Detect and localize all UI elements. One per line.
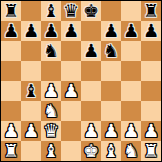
square-c3[interactable]: ♞ xyxy=(41,101,61,121)
square-h1[interactable]: ♜ xyxy=(141,141,161,161)
square-a2[interactable]: ♟ xyxy=(1,121,21,141)
square-f1[interactable]: ♝ xyxy=(101,141,121,161)
square-g3[interactable] xyxy=(121,101,141,121)
square-h3[interactable] xyxy=(141,101,161,121)
square-f6[interactable]: ♞ xyxy=(101,41,121,61)
square-b3[interactable] xyxy=(21,101,41,121)
square-b8[interactable] xyxy=(21,1,41,21)
square-d5[interactable] xyxy=(61,61,81,81)
piece-white-pawn[interactable]: ♟ xyxy=(123,121,139,141)
square-b4[interactable]: ♝ xyxy=(21,81,41,101)
square-a8[interactable]: ♜ xyxy=(1,1,21,21)
piece-black-pawn[interactable]: ♟ xyxy=(103,21,119,41)
piece-white-bishop[interactable]: ♝ xyxy=(103,141,119,161)
piece-black-knight[interactable]: ♞ xyxy=(103,41,119,61)
piece-white-pawn[interactable]: ♟ xyxy=(3,121,19,141)
square-g6[interactable] xyxy=(121,41,141,61)
square-h4[interactable] xyxy=(141,81,161,101)
square-d2[interactable] xyxy=(61,121,81,141)
piece-white-pawn[interactable]: ♟ xyxy=(83,121,99,141)
square-c2[interactable]: ♛ xyxy=(41,121,61,141)
square-e5[interactable] xyxy=(81,61,101,81)
square-e1[interactable]: ♚ xyxy=(81,141,101,161)
square-h7[interactable]: ♟ xyxy=(141,21,161,41)
piece-black-rook[interactable]: ♜ xyxy=(143,1,159,21)
square-b7[interactable]: ♟ xyxy=(21,21,41,41)
square-b5[interactable] xyxy=(21,61,41,81)
piece-white-knight[interactable]: ♞ xyxy=(123,141,139,161)
square-g8[interactable] xyxy=(121,1,141,21)
piece-black-queen[interactable]: ♛ xyxy=(63,1,79,21)
piece-white-queen[interactable]: ♛ xyxy=(43,121,59,141)
chess-board: ♜♝♛♚♜♟♟♟♟♟♟♟♞♟♞♝♟♟♞♟♟♛♟♟♟♟♜♝♚♝♞♜ xyxy=(0,0,162,162)
square-a5[interactable] xyxy=(1,61,21,81)
square-d4[interactable]: ♟ xyxy=(61,81,81,101)
piece-white-pawn[interactable]: ♟ xyxy=(143,121,159,141)
square-f5[interactable] xyxy=(101,61,121,81)
square-d6[interactable] xyxy=(61,41,81,61)
piece-black-knight[interactable]: ♞ xyxy=(43,41,59,61)
square-a1[interactable]: ♜ xyxy=(1,141,21,161)
square-h5[interactable] xyxy=(141,61,161,81)
square-f7[interactable]: ♟ xyxy=(101,21,121,41)
piece-white-rook[interactable]: ♜ xyxy=(143,141,159,161)
piece-white-king[interactable]: ♚ xyxy=(83,141,99,161)
square-d7[interactable]: ♟ xyxy=(61,21,81,41)
square-c5[interactable] xyxy=(41,61,61,81)
piece-white-knight[interactable]: ♞ xyxy=(43,101,59,121)
piece-white-pawn[interactable]: ♟ xyxy=(23,121,39,141)
piece-black-bishop[interactable]: ♝ xyxy=(43,1,59,21)
square-h8[interactable]: ♜ xyxy=(141,1,161,21)
piece-black-pawn[interactable]: ♟ xyxy=(43,21,59,41)
square-e4[interactable] xyxy=(81,81,101,101)
square-c6[interactable]: ♞ xyxy=(41,41,61,61)
square-d8[interactable]: ♛ xyxy=(61,1,81,21)
square-h6[interactable] xyxy=(141,41,161,61)
square-f2[interactable]: ♟ xyxy=(101,121,121,141)
piece-white-bishop[interactable]: ♝ xyxy=(43,141,59,161)
square-e2[interactable]: ♟ xyxy=(81,121,101,141)
piece-black-king[interactable]: ♚ xyxy=(83,1,99,21)
piece-white-rook[interactable]: ♜ xyxy=(3,141,19,161)
square-e7[interactable] xyxy=(81,21,101,41)
square-f8[interactable] xyxy=(101,1,121,21)
square-b6[interactable] xyxy=(21,41,41,61)
square-b2[interactable]: ♟ xyxy=(21,121,41,141)
square-c7[interactable]: ♟ xyxy=(41,21,61,41)
square-f4[interactable] xyxy=(101,81,121,101)
square-b1[interactable] xyxy=(21,141,41,161)
piece-white-pawn[interactable]: ♟ xyxy=(103,121,119,141)
piece-black-pawn[interactable]: ♟ xyxy=(63,21,79,41)
piece-black-pawn[interactable]: ♟ xyxy=(143,21,159,41)
square-a7[interactable]: ♟ xyxy=(1,21,21,41)
square-c8[interactable]: ♝ xyxy=(41,1,61,21)
square-c4[interactable]: ♟ xyxy=(41,81,61,101)
square-g2[interactable]: ♟ xyxy=(121,121,141,141)
square-d1[interactable] xyxy=(61,141,81,161)
square-e6[interactable]: ♟ xyxy=(81,41,101,61)
piece-white-pawn[interactable]: ♟ xyxy=(43,81,59,101)
piece-white-pawn[interactable]: ♟ xyxy=(63,81,79,101)
square-f3[interactable] xyxy=(101,101,121,121)
square-g7[interactable]: ♟ xyxy=(121,21,141,41)
square-a3[interactable] xyxy=(1,101,21,121)
piece-black-pawn[interactable]: ♟ xyxy=(3,21,19,41)
piece-black-rook[interactable]: ♜ xyxy=(3,1,19,21)
square-c1[interactable]: ♝ xyxy=(41,141,61,161)
square-d3[interactable] xyxy=(61,101,81,121)
piece-black-pawn[interactable]: ♟ xyxy=(23,21,39,41)
piece-black-pawn[interactable]: ♟ xyxy=(123,21,139,41)
piece-black-pawn[interactable]: ♟ xyxy=(83,41,99,61)
square-h2[interactable]: ♟ xyxy=(141,121,161,141)
piece-black-bishop[interactable]: ♝ xyxy=(23,81,39,101)
square-e8[interactable]: ♚ xyxy=(81,1,101,21)
square-g5[interactable] xyxy=(121,61,141,81)
square-g4[interactable] xyxy=(121,81,141,101)
square-g1[interactable]: ♞ xyxy=(121,141,141,161)
square-a6[interactable] xyxy=(1,41,21,61)
square-e3[interactable] xyxy=(81,101,101,121)
square-a4[interactable] xyxy=(1,81,21,101)
